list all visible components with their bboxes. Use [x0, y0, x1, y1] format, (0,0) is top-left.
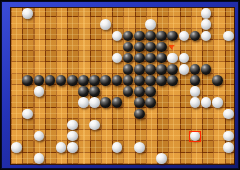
cell-c6r11[interactable]: [78, 131, 89, 142]
cell-c2r0[interactable]: [33, 8, 44, 19]
cell-c12r4[interactable]: [145, 53, 156, 64]
cell-c17r13[interactable]: [201, 153, 212, 164]
cell-c17r9[interactable]: [201, 108, 212, 119]
cell-c6r6[interactable]: [78, 75, 89, 86]
cell-c18r10[interactable]: [212, 119, 223, 130]
cell-c16r5[interactable]: [189, 64, 200, 75]
cell-c4r10[interactable]: [56, 119, 67, 130]
cell-c17r7[interactable]: [201, 86, 212, 97]
white-stone: [67, 120, 78, 131]
cell-c15r8[interactable]: [178, 97, 189, 108]
cell-c15r12[interactable]: [178, 142, 189, 153]
cell-c0r11[interactable]: [11, 131, 22, 142]
cell-c16r13[interactable]: [189, 153, 200, 164]
cell-c19r5[interactable]: [223, 64, 234, 75]
cell-c11r2[interactable]: [134, 30, 145, 41]
cell-c16r7[interactable]: [189, 86, 200, 97]
cell-c6r13[interactable]: [78, 153, 89, 164]
cell-c15r3[interactable]: [178, 41, 189, 52]
cell-c10r3[interactable]: [122, 41, 133, 52]
cell-c8r2[interactable]: [100, 30, 111, 41]
cell-c5r12[interactable]: [67, 142, 78, 153]
cell-c17r1[interactable]: [201, 19, 212, 30]
cell-c19r13[interactable]: [223, 153, 234, 164]
cell-c10r8[interactable]: [122, 97, 133, 108]
cell-c0r10[interactable]: [11, 119, 22, 130]
cell-c14r3[interactable]: ➤: [167, 41, 178, 52]
cell-c16r1[interactable]: [189, 19, 200, 30]
cell-c6r5[interactable]: [78, 64, 89, 75]
cell-c7r11[interactable]: [89, 131, 100, 142]
cell-c16r6[interactable]: [189, 75, 200, 86]
cell-c6r10[interactable]: [78, 119, 89, 130]
cell-c17r11[interactable]: [201, 131, 212, 142]
cell-c15r0[interactable]: [178, 8, 189, 19]
cell-c1r9[interactable]: [22, 108, 33, 119]
black-stone: [134, 64, 145, 75]
cell-c11r0[interactable]: [134, 8, 145, 19]
cell-c19r4[interactable]: [223, 53, 234, 64]
black-stone: [22, 75, 33, 86]
cell-c17r8[interactable]: [201, 97, 212, 108]
cell-c8r7[interactable]: [100, 86, 111, 97]
cell-c1r10[interactable]: [22, 119, 33, 130]
cell-c10r11[interactable]: [122, 131, 133, 142]
cell-c8r11[interactable]: [100, 131, 111, 142]
cell-c7r7[interactable]: [89, 86, 100, 97]
cell-c16r9[interactable]: [189, 108, 200, 119]
cell-c8r6[interactable]: [100, 75, 111, 86]
cell-c11r5[interactable]: [134, 64, 145, 75]
white-stone: [112, 142, 123, 153]
cell-c15r9[interactable]: [178, 108, 189, 119]
cell-c7r6[interactable]: [89, 75, 100, 86]
cell-c14r1[interactable]: [167, 19, 178, 30]
cell-c12r9[interactable]: [145, 108, 156, 119]
cell-c11r7[interactable]: [134, 86, 145, 97]
cell-c7r3[interactable]: [89, 41, 100, 52]
cell-c16r8[interactable]: [189, 97, 200, 108]
cell-c12r1[interactable]: [145, 19, 156, 30]
cell-c3r7[interactable]: [44, 86, 55, 97]
cell-c4r3[interactable]: [56, 41, 67, 52]
cell-c0r12[interactable]: [11, 142, 22, 153]
cell-c3r3[interactable]: [44, 41, 55, 52]
cell-c19r7[interactable]: [223, 86, 234, 97]
cell-c14r9[interactable]: [167, 108, 178, 119]
cell-c13r4[interactable]: [156, 53, 167, 64]
cell-c0r9[interactable]: [11, 108, 22, 119]
cell-c19r10[interactable]: [223, 119, 234, 130]
black-stone: [201, 64, 212, 75]
cell-c6r1[interactable]: [78, 19, 89, 30]
cell-c3r10[interactable]: [44, 119, 55, 130]
cell-c8r8[interactable]: [100, 97, 111, 108]
cell-c15r4[interactable]: [178, 53, 189, 64]
cell-c1r11[interactable]: [22, 131, 33, 142]
cell-c7r13[interactable]: [89, 153, 100, 164]
cell-c16r11[interactable]: [189, 131, 200, 142]
cell-c7r5[interactable]: [89, 64, 100, 75]
cell-c9r10[interactable]: [111, 119, 122, 130]
cell-c6r12[interactable]: [78, 142, 89, 153]
cell-c17r4[interactable]: [201, 53, 212, 64]
cell-c7r2[interactable]: [89, 30, 100, 41]
cell-c2r11[interactable]: [33, 131, 44, 142]
cell-c14r6[interactable]: [167, 75, 178, 86]
cell-c13r5[interactable]: [156, 64, 167, 75]
cell-c18r7[interactable]: [212, 86, 223, 97]
cell-c12r7[interactable]: [145, 86, 156, 97]
cell-c9r2[interactable]: [111, 30, 122, 41]
cell-c11r13[interactable]: [134, 153, 145, 164]
cell-c12r11[interactable]: [145, 131, 156, 142]
cell-c4r2[interactable]: [56, 30, 67, 41]
cell-c14r10[interactable]: [167, 119, 178, 130]
cell-c16r10[interactable]: [189, 119, 200, 130]
cell-c12r6[interactable]: [145, 75, 156, 86]
cell-c19r2[interactable]: [223, 30, 234, 41]
black-stone: [156, 31, 167, 42]
cell-c0r4[interactable]: [11, 53, 22, 64]
cell-c1r12[interactable]: [22, 142, 33, 153]
black-stone: [112, 97, 123, 108]
cell-c13r12[interactable]: [156, 142, 167, 153]
cell-c14r13[interactable]: [167, 153, 178, 164]
cell-c11r3[interactable]: [134, 41, 145, 52]
cell-c17r2[interactable]: [201, 30, 212, 41]
cell-c6r2[interactable]: [78, 30, 89, 41]
cell-c7r9[interactable]: [89, 108, 100, 119]
cell-c12r0[interactable]: [145, 8, 156, 19]
cell-c13r0[interactable]: [156, 8, 167, 19]
cell-c0r7[interactable]: [11, 86, 22, 97]
cell-c13r6[interactable]: [156, 75, 167, 86]
goban-board[interactable]: ➤: [10, 7, 235, 165]
cell-c19r9[interactable]: [223, 108, 234, 119]
cell-c14r5[interactable]: [167, 64, 178, 75]
cell-c1r8[interactable]: [22, 97, 33, 108]
cell-c8r1[interactable]: [100, 19, 111, 30]
cell-c10r7[interactable]: [122, 86, 133, 97]
cell-c4r9[interactable]: [56, 108, 67, 119]
cell-c10r13[interactable]: [122, 153, 133, 164]
cell-c7r10[interactable]: [89, 119, 100, 130]
cell-c10r9[interactable]: [122, 108, 133, 119]
cell-c2r1[interactable]: [33, 19, 44, 30]
cell-c14r11[interactable]: [167, 131, 178, 142]
cell-c1r13[interactable]: [22, 153, 33, 164]
cell-c9r13[interactable]: [111, 153, 122, 164]
cell-c12r5[interactable]: [145, 64, 156, 75]
cell-c13r8[interactable]: [156, 97, 167, 108]
cell-c1r0[interactable]: [22, 8, 33, 19]
cell-c7r12[interactable]: [89, 142, 100, 153]
cell-c4r13[interactable]: [56, 153, 67, 164]
cell-c13r13[interactable]: [156, 153, 167, 164]
cell-c17r12[interactable]: [201, 142, 212, 153]
cell-c5r1[interactable]: [67, 19, 78, 30]
cell-c3r5[interactable]: [44, 64, 55, 75]
cell-c19r1[interactable]: [223, 19, 234, 30]
white-stone: [223, 131, 234, 142]
cell-c0r13[interactable]: [11, 153, 22, 164]
cell-c0r6[interactable]: [11, 75, 22, 86]
cell-c18r3[interactable]: [212, 41, 223, 52]
cell-c10r1[interactable]: [122, 19, 133, 30]
cell-c14r2[interactable]: [167, 30, 178, 41]
cell-c10r6[interactable]: [122, 75, 133, 86]
cell-c8r13[interactable]: [100, 153, 111, 164]
cell-c9r4[interactable]: [111, 53, 122, 64]
cell-c11r11[interactable]: [134, 131, 145, 142]
cell-c9r11[interactable]: [111, 131, 122, 142]
cell-c3r6[interactable]: [44, 75, 55, 86]
cell-c10r10[interactable]: [122, 119, 133, 130]
cell-c6r9[interactable]: [78, 108, 89, 119]
cell-c5r13[interactable]: [67, 153, 78, 164]
cell-c11r6[interactable]: [134, 75, 145, 86]
cell-c16r2[interactable]: [189, 30, 200, 41]
black-stone: [190, 31, 201, 42]
cell-c15r10[interactable]: [178, 119, 189, 130]
white-stone: [223, 109, 234, 120]
cell-c18r4[interactable]: [212, 53, 223, 64]
cell-c14r0[interactable]: [167, 8, 178, 19]
cell-c5r5[interactable]: [67, 64, 78, 75]
cell-c5r3[interactable]: [67, 41, 78, 52]
cell-c3r4[interactable]: [44, 53, 55, 64]
cell-c3r1[interactable]: [44, 19, 55, 30]
cell-c5r0[interactable]: [67, 8, 78, 19]
cell-c6r0[interactable]: [78, 8, 89, 19]
cell-c6r8[interactable]: [78, 97, 89, 108]
cell-c14r8[interactable]: [167, 97, 178, 108]
cell-c9r6[interactable]: [111, 75, 122, 86]
cell-c11r10[interactable]: [134, 119, 145, 130]
cell-c6r7[interactable]: [78, 86, 89, 97]
cell-c8r10[interactable]: [100, 119, 111, 130]
cell-c5r6[interactable]: [67, 75, 78, 86]
cell-c19r12[interactable]: [223, 142, 234, 153]
cell-c9r3[interactable]: [111, 41, 122, 52]
cell-c7r4[interactable]: [89, 53, 100, 64]
cell-c4r0[interactable]: [56, 8, 67, 19]
cell-c3r0[interactable]: [44, 8, 55, 19]
cell-c19r6[interactable]: [223, 75, 234, 86]
cell-c4r5[interactable]: [56, 64, 67, 75]
cell-c5r9[interactable]: [67, 108, 78, 119]
white-stone: [167, 53, 178, 64]
cell-c2r10[interactable]: [33, 119, 44, 130]
cell-c8r4[interactable]: [100, 53, 111, 64]
cell-c14r4[interactable]: [167, 53, 178, 64]
cell-c0r5[interactable]: [11, 64, 22, 75]
cell-c1r3[interactable]: [22, 41, 33, 52]
cell-c12r3[interactable]: [145, 41, 156, 52]
cell-c3r11[interactable]: [44, 131, 55, 142]
cell-c4r8[interactable]: [56, 97, 67, 108]
cell-c5r10[interactable]: [67, 119, 78, 130]
cell-c2r2[interactable]: [33, 30, 44, 41]
cell-c1r7[interactable]: [22, 86, 33, 97]
cell-c15r11[interactable]: [178, 131, 189, 142]
cell-c10r2[interactable]: [122, 30, 133, 41]
cell-c17r10[interactable]: [201, 119, 212, 130]
cell-c4r11[interactable]: [56, 131, 67, 142]
cell-c10r4[interactable]: [122, 53, 133, 64]
cell-c6r3[interactable]: [78, 41, 89, 52]
cell-c7r0[interactable]: [89, 8, 100, 19]
cell-c0r8[interactable]: [11, 97, 22, 108]
cell-c11r8[interactable]: [134, 97, 145, 108]
cell-c15r13[interactable]: [178, 153, 189, 164]
cell-c3r2[interactable]: [44, 30, 55, 41]
cell-c10r0[interactable]: [122, 8, 133, 19]
cell-c9r9[interactable]: [111, 108, 122, 119]
cell-c2r13[interactable]: [33, 153, 44, 164]
cell-c19r11[interactable]: [223, 131, 234, 142]
cell-c18r13[interactable]: [212, 153, 223, 164]
cell-c2r9[interactable]: [33, 108, 44, 119]
cell-c3r12[interactable]: [44, 142, 55, 153]
cell-c5r8[interactable]: [67, 97, 78, 108]
cell-c5r7[interactable]: [67, 86, 78, 97]
cell-c1r5[interactable]: [22, 64, 33, 75]
cell-c13r9[interactable]: [156, 108, 167, 119]
cell-c12r8[interactable]: [145, 97, 156, 108]
cell-c19r0[interactable]: [223, 8, 234, 19]
cell-c3r13[interactable]: [44, 153, 55, 164]
cell-c1r2[interactable]: [22, 30, 33, 41]
cell-c2r6[interactable]: [33, 75, 44, 86]
cell-c12r10[interactable]: [145, 119, 156, 130]
cell-c7r8[interactable]: [89, 97, 100, 108]
cell-c4r1[interactable]: [56, 19, 67, 30]
cell-c0r2[interactable]: [11, 30, 22, 41]
cell-c18r11[interactable]: [212, 131, 223, 142]
cell-c4r6[interactable]: [56, 75, 67, 86]
cell-c18r9[interactable]: [212, 108, 223, 119]
cell-c2r4[interactable]: [33, 53, 44, 64]
black-stone: [123, 31, 134, 42]
cell-c18r6[interactable]: [212, 75, 223, 86]
cell-c1r4[interactable]: [22, 53, 33, 64]
black-stone: [112, 75, 123, 86]
cell-c15r1[interactable]: [178, 19, 189, 30]
cell-c13r2[interactable]: [156, 30, 167, 41]
cell-c6r4[interactable]: [78, 53, 89, 64]
cell-c18r8[interactable]: [212, 97, 223, 108]
cell-c17r6[interactable]: [201, 75, 212, 86]
cell-c19r8[interactable]: [223, 97, 234, 108]
cell-c8r9[interactable]: [100, 108, 111, 119]
cell-c11r12[interactable]: [134, 142, 145, 153]
cell-c2r12[interactable]: [33, 142, 44, 153]
cell-c18r12[interactable]: [212, 142, 223, 153]
cell-c2r7[interactable]: [33, 86, 44, 97]
cell-c13r11[interactable]: [156, 131, 167, 142]
cell-c15r6[interactable]: [178, 75, 189, 86]
cell-c12r2[interactable]: [145, 30, 156, 41]
cell-c9r1[interactable]: [111, 19, 122, 30]
cell-c5r4[interactable]: [67, 53, 78, 64]
cell-c18r1[interactable]: [212, 19, 223, 30]
cell-c15r5[interactable]: [178, 64, 189, 75]
cell-c16r4[interactable]: [189, 53, 200, 64]
cell-c0r0[interactable]: [11, 8, 22, 19]
cell-c15r7[interactable]: [178, 86, 189, 97]
black-stone: [145, 97, 156, 108]
cell-c5r11[interactable]: [67, 131, 78, 142]
black-stone: [134, 53, 145, 64]
cell-c14r12[interactable]: [167, 142, 178, 153]
cell-c8r12[interactable]: [100, 142, 111, 153]
cell-c9r5[interactable]: [111, 64, 122, 75]
cell-c13r7[interactable]: [156, 86, 167, 97]
white-stone: [223, 142, 234, 153]
cell-c13r10[interactable]: [156, 119, 167, 130]
cell-c16r0[interactable]: [189, 8, 200, 19]
cell-c17r5[interactable]: [201, 64, 212, 75]
cell-c8r5[interactable]: [100, 64, 111, 75]
cell-c11r1[interactable]: [134, 19, 145, 30]
cell-c10r12[interactable]: [122, 142, 133, 153]
cell-c8r3[interactable]: [100, 41, 111, 52]
cell-c9r7[interactable]: [111, 86, 122, 97]
cell-c4r7[interactable]: [56, 86, 67, 97]
cell-c16r3[interactable]: [189, 41, 200, 52]
cell-c2r5[interactable]: [33, 64, 44, 75]
cell-c0r3[interactable]: [11, 41, 22, 52]
white-stone: [22, 109, 33, 120]
cell-c13r1[interactable]: [156, 19, 167, 30]
cell-c9r12[interactable]: [111, 142, 122, 153]
cell-c3r8[interactable]: [44, 97, 55, 108]
cell-c12r12[interactable]: [145, 142, 156, 153]
cell-c5r2[interactable]: [67, 30, 78, 41]
cell-c18r0[interactable]: [212, 8, 223, 19]
cell-c14r7[interactable]: [167, 86, 178, 97]
cell-c1r6[interactable]: [22, 75, 33, 86]
cell-c8r0[interactable]: [100, 8, 111, 19]
cell-c19r3[interactable]: [223, 41, 234, 52]
cell-c1r1[interactable]: [22, 19, 33, 30]
cell-c4r12[interactable]: [56, 142, 67, 153]
cell-c13r3[interactable]: [156, 41, 167, 52]
cell-c11r9[interactable]: [134, 108, 145, 119]
cell-c10r5[interactable]: [122, 64, 133, 75]
cell-c18r2[interactable]: [212, 30, 223, 41]
cell-c7r1[interactable]: [89, 19, 100, 30]
black-stone: [156, 64, 167, 75]
cell-c17r3[interactable]: [201, 41, 212, 52]
cell-c2r3[interactable]: [33, 41, 44, 52]
cell-c4r4[interactable]: [56, 53, 67, 64]
cell-c9r8[interactable]: [111, 97, 122, 108]
cell-c17r0[interactable]: [201, 8, 212, 19]
arrow-marker-icon: ➤: [166, 41, 177, 54]
cell-c18r5[interactable]: [212, 64, 223, 75]
cell-c16r12[interactable]: [189, 142, 200, 153]
cell-c11r4[interactable]: [134, 53, 145, 64]
cell-c9r0[interactable]: [111, 8, 122, 19]
cell-c12r13[interactable]: [145, 153, 156, 164]
cell-c15r2[interactable]: [178, 30, 189, 41]
cell-c3r9[interactable]: [44, 108, 55, 119]
cell-c0r1[interactable]: [11, 19, 22, 30]
cell-c2r8[interactable]: [33, 97, 44, 108]
